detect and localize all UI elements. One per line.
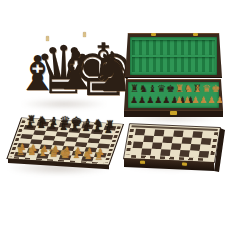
tray-piece-glyph: ♛ [157,84,166,94]
tray-dark-pieces: ♜♞♝♛♚♝♞♜♟♟♟♟♟♟♟♟ [129,83,171,107]
lid-piece-slots [132,57,215,72]
folded-checker-grid [131,129,212,158]
tray-piece-glyph: ♟ [175,95,183,105]
lid-piece-slots [132,40,215,55]
tray-piece-glyph: ♟ [199,95,207,105]
hinge-icon [151,33,156,36]
tray-piece-glyph: ♟ [154,95,162,105]
tray-piece-row: ♟♟♟♟♟♟♟♟ [130,95,170,105]
folded-board-square [198,151,209,158]
tray-piece-glyph: ♜ [175,84,184,94]
setup-board: ♜♞♝♛♚♝♞♜♟♟♟♟♟♟♟♟♟♟♟♟♟♟♟♟♜♞♝♛♚♝♞♜ [4,112,126,184]
tray-piece-glyph: ♛ [202,84,211,94]
brass-finial-icon [46,36,49,41]
standing-piece-knight: ♞ [89,45,115,100]
tray-piece-glyph: ♟ [191,95,199,105]
tray-piece-glyph: ♟ [130,95,138,105]
tray-piece-row: ♜♞♝♛♚♝♞♜ [130,84,170,94]
tray-piece-glyph: ♟ [162,95,170,105]
tray-piece-glyph: ♚ [211,84,220,94]
tray-piece-glyph: ♟ [215,95,223,105]
tray-piece-glyph: ♝ [193,84,202,94]
folded-board [122,120,228,174]
folded-top-face [124,124,220,163]
tray-piece-glyph: ♟ [146,95,154,105]
tray-piece-row: ♜♞♝♛♚♝♞♜ [175,84,215,94]
chessboard-grid [14,121,116,163]
lid-felt-lining [130,37,217,75]
tray-piece-glyph: ♞ [139,84,148,94]
brass-finial-icon [83,32,86,37]
brass-latch-icon [182,163,187,166]
case-front-edge [124,110,223,117]
tray-piece-glyph: ♟ [183,95,191,105]
tray-light-pieces: ♜♞♝♛♚♝♞♜♟♟♟♟♟♟♟♟ [174,83,216,107]
board-surface [8,118,123,165]
tray-piece-row: ♟♟♟♟♟♟♟♟ [175,95,215,105]
tray-piece-glyph: ♟ [138,95,146,105]
product-photo: ♝♛♝♚♞ ♜♞♝♛♚♝♞♜♟♟♟♟♟♟♟♟ ♜♞♝♛♚♝♞♜♟♟♟♟♟♟♟♟ [0,0,228,228]
standing-pieces-group: ♝♛♝♚♞ [14,30,122,110]
tray-felt-lining: ♜♞♝♛♚♝♞♜♟♟♟♟♟♟♟♟ ♜♞♝♛♚♝♞♜♟♟♟♟♟♟♟♟ [128,82,219,108]
tray-piece-glyph: ♝ [220,84,228,94]
tray-piece-glyph: ♝ [148,84,157,94]
tray-piece-glyph: ♟ [207,95,215,105]
tray-piece-glyph: ♟ [223,95,228,105]
case-tray: ♜♞♝♛♚♝♞♜♟♟♟♟♟♟♟♟ ♜♞♝♛♚♝♞♜♟♟♟♟♟♟♟♟ [124,79,223,110]
case-lid [125,33,222,78]
hinge-icon [193,33,198,36]
tray-piece-glyph: ♞ [184,84,193,94]
brass-clasp-icon [170,111,177,115]
tray-piece-glyph: ♜ [130,84,139,94]
brass-latch-icon [140,161,145,164]
open-case: ♜♞♝♛♚♝♞♜♟♟♟♟♟♟♟♟ ♜♞♝♛♚♝♞♜♟♟♟♟♟♟♟♟ [124,31,223,119]
board-square [92,157,105,162]
